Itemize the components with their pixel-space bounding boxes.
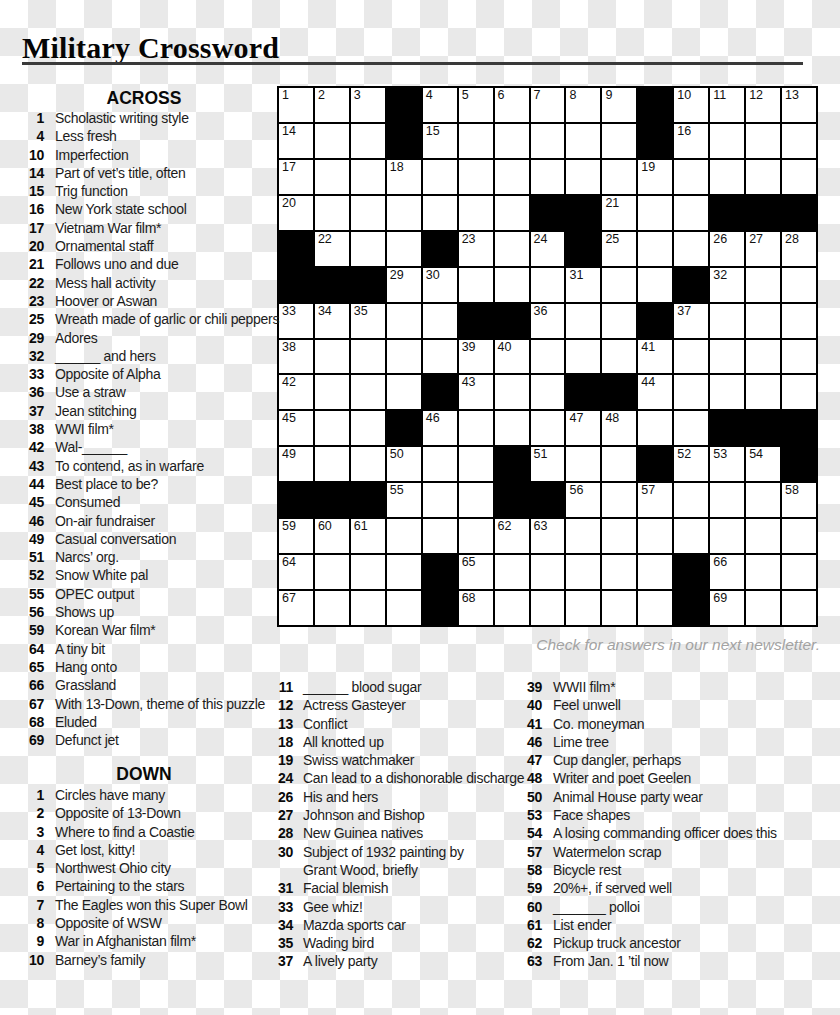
grid-cell[interactable]	[459, 160, 493, 194]
grid-cell[interactable]	[315, 196, 349, 230]
cell-number: 31	[569, 269, 583, 282]
grid-cell[interactable]	[638, 591, 672, 625]
grid-cell[interactable]	[387, 196, 421, 230]
grid-cell[interactable]: 65	[459, 555, 493, 589]
clue-number: 44	[10, 475, 44, 493]
grid-cell[interactable]	[459, 196, 493, 230]
clue-text: Hang onto	[55, 658, 117, 676]
grid-cell[interactable]	[674, 519, 708, 553]
clue-number: 54	[508, 824, 542, 842]
grid-cell-black	[531, 196, 565, 230]
grid-cell[interactable]: 54	[746, 447, 780, 481]
clue-item: 61List ender	[508, 916, 777, 934]
grid-cell[interactable]: 3	[351, 88, 385, 122]
clue-number: 24	[268, 769, 293, 787]
cell-number: 9	[605, 89, 612, 102]
grid-cell[interactable]	[782, 375, 816, 409]
grid-cell[interactable]	[782, 160, 816, 194]
clue-number: 39	[508, 678, 542, 696]
grid-cell[interactable]	[782, 340, 816, 374]
grid-cell[interactable]: 59	[279, 519, 313, 553]
grid-cell[interactable]: 68	[459, 591, 493, 625]
grid-cell[interactable]: 37	[674, 304, 708, 338]
grid-cell[interactable]: 20	[279, 196, 313, 230]
grid-cell-black	[602, 375, 636, 409]
grid-cell[interactable]: 19	[638, 160, 672, 194]
clue-text: Lime tree	[553, 733, 609, 751]
clue-text: New Guinea natives	[303, 824, 423, 842]
grid-cell[interactable]	[710, 304, 744, 338]
grid-cell[interactable]	[710, 160, 744, 194]
grid-cell[interactable]	[351, 340, 385, 374]
clue-number: 55	[10, 585, 44, 603]
grid-cell[interactable]	[710, 483, 744, 517]
grid-cell[interactable]	[710, 519, 744, 553]
clue-text: Can lead to a dishonorable discharge	[303, 769, 524, 787]
grid-cell[interactable]: 41	[638, 340, 672, 374]
grid-cell[interactable]	[423, 196, 457, 230]
grid-cell[interactable]: 60	[315, 519, 349, 553]
cell-number: 4	[426, 89, 433, 102]
grid-cell[interactable]	[746, 591, 780, 625]
grid-cell[interactable]	[566, 304, 600, 338]
grid-cell[interactable]	[315, 124, 349, 158]
grid-cell[interactable]: 5	[459, 88, 493, 122]
grid-cell[interactable]	[531, 160, 565, 194]
grid-cell[interactable]: 63	[531, 519, 565, 553]
grid-cell[interactable]	[315, 411, 349, 445]
grid-cell[interactable]	[531, 340, 565, 374]
grid-cell[interactable]: 62	[495, 519, 529, 553]
grid-cell[interactable]: 48	[602, 411, 636, 445]
grid-cell[interactable]	[531, 375, 565, 409]
grid-cell[interactable]: 9	[602, 88, 636, 122]
cell-number: 55	[390, 484, 404, 497]
grid-cell[interactable]	[315, 447, 349, 481]
clue-number: 67	[10, 695, 44, 713]
grid-cell[interactable]: 16	[674, 124, 708, 158]
grid-cell[interactable]: 45	[279, 411, 313, 445]
clue-number: 4	[10, 127, 44, 145]
clue-number: 68	[10, 713, 44, 731]
grid-cell[interactable]: 12	[746, 88, 780, 122]
clue-item: 34Mazda sports car	[268, 916, 524, 934]
grid-cell[interactable]: 39	[459, 340, 493, 374]
clue-text: Conflict	[303, 715, 347, 733]
clue-item: 40Feel unwell	[508, 696, 777, 714]
grid-cell[interactable]	[674, 232, 708, 266]
clue-item: 65Hang onto	[10, 658, 279, 676]
clue-number: 37	[10, 402, 44, 420]
grid-cell[interactable]	[351, 591, 385, 625]
grid-cell[interactable]: 28	[782, 232, 816, 266]
grid-cell[interactable]	[387, 304, 421, 338]
grid-cell[interactable]: 67	[279, 591, 313, 625]
clue-number: 3	[10, 823, 44, 841]
clue-text: Actress Gasteyer	[303, 696, 406, 714]
clue-number: 62	[508, 934, 542, 952]
clue-text: WWII film*	[553, 678, 615, 696]
grid-cell[interactable]	[459, 268, 493, 302]
grid-cell[interactable]: 36	[531, 304, 565, 338]
clue-item: 6Pertaining to the stars	[10, 877, 248, 895]
grid-cell[interactable]: 57	[638, 483, 672, 517]
clue-item: 36Use a straw	[10, 383, 279, 401]
grid-cell[interactable]	[351, 160, 385, 194]
grid-cell[interactable]: 51	[531, 447, 565, 481]
grid-cell[interactable]: 8	[566, 88, 600, 122]
grid-cell[interactable]: 49	[279, 447, 313, 481]
grid-cell[interactable]	[531, 268, 565, 302]
grid-cell[interactable]	[351, 411, 385, 445]
clue-item: 48Writer and poet Geelen	[508, 769, 777, 787]
grid-cell[interactable]	[531, 555, 565, 589]
clue-item: 23Hoover or Aswan	[10, 292, 279, 310]
clue-number: 36	[10, 383, 44, 401]
grid-cell[interactable]	[710, 124, 744, 158]
grid-cell[interactable]	[674, 196, 708, 230]
cell-number: 68	[462, 592, 476, 605]
grid-cell[interactable]	[674, 411, 708, 445]
grid-cell[interactable]: 2	[315, 88, 349, 122]
grid-cell[interactable]	[495, 555, 529, 589]
grid-cell[interactable]	[638, 196, 672, 230]
clue-text: Watermelon scrap	[553, 843, 661, 861]
grid-cell[interactable]	[638, 555, 672, 589]
grid-cell[interactable]	[495, 232, 529, 266]
grid-cell[interactable]	[566, 519, 600, 553]
grid-cell[interactable]: 25	[602, 232, 636, 266]
cell-number: 36	[534, 305, 548, 318]
grid-cell[interactable]	[602, 483, 636, 517]
grid-cell[interactable]: 6	[495, 88, 529, 122]
grid-cell[interactable]: 46	[423, 411, 457, 445]
grid-cell[interactable]: 52	[674, 447, 708, 481]
clue-number: 25	[10, 310, 44, 328]
grid-cell[interactable]	[566, 447, 600, 481]
clue-item: 7The Eagles won this Super Bowl	[10, 896, 248, 914]
grid-cell[interactable]: 69	[710, 591, 744, 625]
grid-cell[interactable]: 56	[566, 483, 600, 517]
clue-text: On-air fundraiser	[55, 512, 155, 530]
grid-cell[interactable]	[746, 555, 780, 589]
clue-text: Barney’s family	[55, 951, 145, 969]
clue-number: 6	[10, 877, 44, 895]
grid-cell[interactable]	[387, 340, 421, 374]
grid-cell[interactable]	[423, 340, 457, 374]
grid-cell[interactable]: 55	[387, 483, 421, 517]
grid-cell[interactable]	[746, 483, 780, 517]
grid-cell[interactable]	[495, 375, 529, 409]
grid-cell[interactable]	[602, 591, 636, 625]
grid-cell[interactable]	[387, 375, 421, 409]
grid-cell[interactable]	[638, 232, 672, 266]
cell-number: 41	[641, 341, 655, 354]
clue-number: 38	[10, 420, 44, 438]
grid-cell[interactable]	[746, 519, 780, 553]
grid-cell[interactable]: 32	[710, 268, 744, 302]
clue-item: 60_______ polloi	[508, 898, 777, 916]
clue-text: With 13-Down, theme of this puzzle	[55, 695, 265, 713]
clue-text: Shows up	[55, 603, 114, 621]
grid-cell[interactable]: 30	[423, 268, 457, 302]
grid-cell[interactable]: 64	[279, 555, 313, 589]
clue-text: Imperfection	[55, 146, 128, 164]
grid-cell[interactable]	[746, 375, 780, 409]
grid-cell[interactable]	[459, 447, 493, 481]
clue-number: 19	[268, 751, 293, 769]
grid-cell[interactable]	[602, 340, 636, 374]
clue-item: 12Actress Gasteyer	[268, 696, 524, 714]
grid-cell[interactable]: 53	[710, 447, 744, 481]
clue-number: 53	[508, 806, 542, 824]
grid-cell[interactable]: 47	[566, 411, 600, 445]
grid-cell[interactable]	[782, 591, 816, 625]
grid-cell[interactable]	[387, 591, 421, 625]
clue-number: 33	[10, 365, 44, 383]
clue-text: Pickup truck ancestor	[553, 934, 681, 952]
clue-item: 44Best place to be?	[10, 475, 279, 493]
grid-cell[interactable]: 29	[387, 268, 421, 302]
grid-cell[interactable]	[387, 232, 421, 266]
clue-number: 23	[10, 292, 44, 310]
grid-cell[interactable]	[495, 196, 529, 230]
clue-item: 69Defunct jet	[10, 731, 279, 749]
grid-cell[interactable]: 13	[782, 88, 816, 122]
grid-cell[interactable]	[351, 196, 385, 230]
clue-text: Bicycle rest	[553, 861, 621, 879]
grid-cell-black	[638, 88, 672, 122]
grid-cell-black	[782, 196, 816, 230]
grid-cell[interactable]	[459, 124, 493, 158]
clue-number: 59	[10, 621, 44, 639]
grid-cell[interactable]: 14	[279, 124, 313, 158]
grid-cell[interactable]	[459, 519, 493, 553]
clue-text: Trig function	[55, 182, 128, 200]
grid-cell[interactable]: 7	[531, 88, 565, 122]
grid-cell[interactable]: 23	[459, 232, 493, 266]
grid-cell[interactable]	[566, 160, 600, 194]
grid-cell[interactable]	[710, 375, 744, 409]
grid-cell[interactable]	[423, 304, 457, 338]
grid-cell[interactable]	[495, 124, 529, 158]
grid-cell[interactable]: 26	[710, 232, 744, 266]
clue-number: 33	[268, 898, 293, 916]
clue-text: War in Afghanistan film*	[55, 932, 196, 950]
clue-number: 21	[10, 255, 44, 273]
grid-cell[interactable]: 44	[638, 375, 672, 409]
grid-cell[interactable]	[351, 555, 385, 589]
grid-cell[interactable]: 1	[279, 88, 313, 122]
grid-cell[interactable]	[674, 340, 708, 374]
clue-item: 9War in Afghanistan film*	[10, 932, 248, 950]
grid-cell[interactable]	[495, 160, 529, 194]
grid-cell[interactable]	[531, 591, 565, 625]
clue-item: 37A lively party	[268, 952, 524, 970]
grid-cell[interactable]: 33	[279, 304, 313, 338]
clue-item: 33Opposite of Alpha	[10, 365, 279, 383]
grid-cell[interactable]	[782, 519, 816, 553]
clue-item: 46Lime tree	[508, 733, 777, 751]
grid-cell[interactable]: 22	[315, 232, 349, 266]
grid-cell[interactable]	[315, 591, 349, 625]
grid-cell[interactable]	[423, 519, 457, 553]
grid-cell[interactable]	[495, 268, 529, 302]
grid-cell[interactable]	[566, 124, 600, 158]
grid-cell[interactable]	[387, 555, 421, 589]
grid-cell[interactable]: 10	[674, 88, 708, 122]
grid-cell[interactable]	[674, 160, 708, 194]
grid-cell[interactable]: 61	[351, 519, 385, 553]
cell-number: 18	[390, 161, 404, 174]
grid-cell[interactable]	[638, 519, 672, 553]
grid-cell[interactable]: 58	[782, 483, 816, 517]
grid-cell[interactable]: 18	[387, 160, 421, 194]
grid-cell[interactable]	[638, 411, 672, 445]
clue-number: 47	[508, 751, 542, 769]
grid-cell[interactable]	[351, 124, 385, 158]
grid-cell[interactable]	[495, 591, 529, 625]
grid-cell[interactable]	[315, 160, 349, 194]
clue-item: 20Ornamental staff	[10, 237, 279, 255]
grid-cell-black	[566, 375, 600, 409]
cell-number: 21	[605, 197, 619, 210]
grid-cell-black	[638, 124, 672, 158]
grid-cell[interactable]: 34	[315, 304, 349, 338]
clue-text: Follows uno and due	[55, 255, 179, 273]
cell-number: 69	[713, 592, 727, 605]
clue-item: 67With 13-Down, theme of this puzzle	[10, 695, 279, 713]
clue-text: The Eagles won this Super Bowl	[55, 896, 248, 914]
grid-cell[interactable]	[638, 268, 672, 302]
grid-cell[interactable]	[602, 160, 636, 194]
grid-cell[interactable]	[531, 411, 565, 445]
grid-cell[interactable]: 66	[710, 555, 744, 589]
grid-cell[interactable]	[566, 591, 600, 625]
grid-cell[interactable]	[566, 555, 600, 589]
cell-number: 66	[713, 556, 727, 569]
clue-number: 27	[268, 806, 293, 824]
grid-cell[interactable]	[602, 555, 636, 589]
grid-cell[interactable]	[782, 555, 816, 589]
clue-text: Vietnam War film*	[55, 219, 161, 237]
clue-text: Narcs’ org.	[55, 548, 119, 566]
grid-cell[interactable]	[746, 124, 780, 158]
clue-number: 66	[10, 676, 44, 694]
grid-cell[interactable]: 21	[602, 196, 636, 230]
grid-cell[interactable]: 40	[495, 340, 529, 374]
grid-cell[interactable]	[423, 160, 457, 194]
clue-item: 10Barney’s family	[10, 951, 248, 969]
grid-cell[interactable]	[495, 411, 529, 445]
grid-cell[interactable]: 17	[279, 160, 313, 194]
grid-cell[interactable]	[315, 555, 349, 589]
clue-number: 37	[268, 952, 293, 970]
cell-number: 40	[498, 341, 512, 354]
clue-item: 14Part of vet’s title, often	[10, 164, 279, 182]
grid-cell[interactable]	[387, 519, 421, 553]
clue-text: All knotted up	[303, 733, 384, 751]
clue-number: 61	[508, 916, 542, 934]
grid-cell[interactable]	[782, 304, 816, 338]
clue-number: 31	[268, 879, 293, 897]
grid-cell[interactable]	[710, 340, 744, 374]
grid-cell[interactable]	[746, 304, 780, 338]
cell-number: 35	[354, 305, 368, 318]
grid-cell[interactable]	[602, 519, 636, 553]
grid-cell[interactable]	[746, 160, 780, 194]
grid-cell-black	[351, 483, 385, 517]
clue-item: 28New Guinea natives	[268, 824, 524, 842]
cell-number: 46	[426, 412, 440, 425]
grid-cell-black	[423, 555, 457, 589]
grid-cell-black	[351, 268, 385, 302]
grid-cell[interactable]: 15	[423, 124, 457, 158]
grid-cell[interactable]	[351, 232, 385, 266]
grid-cell[interactable]	[423, 483, 457, 517]
grid-cell[interactable]	[746, 340, 780, 374]
clue-text: Mess hall activity	[55, 274, 155, 292]
grid-cell[interactable]: 11	[710, 88, 744, 122]
clue-number: 57	[508, 843, 542, 861]
grid-cell-black	[495, 304, 529, 338]
clue-number: 42	[10, 438, 44, 456]
grid-cell[interactable]	[782, 124, 816, 158]
grid-cell[interactable]: 42	[279, 375, 313, 409]
clue-number: 4	[10, 841, 44, 859]
grid-cell[interactable]	[602, 304, 636, 338]
clue-number: 49	[10, 530, 44, 548]
grid-cell[interactable]	[351, 375, 385, 409]
clue-text: Swiss watchmaker	[303, 751, 414, 769]
clue-text: To contend, as in warfare	[55, 457, 204, 475]
cell-number: 20	[282, 197, 296, 210]
grid-cell[interactable]	[674, 375, 708, 409]
grid-cell[interactable]	[531, 124, 565, 158]
grid-cell[interactable]: 4	[423, 88, 457, 122]
clue-item: 1Scholastic writing style	[10, 109, 279, 127]
clue-number: 34	[268, 916, 293, 934]
clue-text: Opposite of WSW	[55, 914, 162, 932]
cell-number: 61	[354, 520, 368, 533]
grid-cell-black	[710, 196, 744, 230]
grid-cell[interactable]	[566, 340, 600, 374]
clue-number: 10	[10, 146, 44, 164]
grid-cell[interactable]: 35	[351, 304, 385, 338]
grid-cell[interactable]: 38	[279, 340, 313, 374]
grid-cell[interactable]: 24	[531, 232, 565, 266]
grid-cell[interactable]	[459, 483, 493, 517]
grid-cell[interactable]	[602, 268, 636, 302]
grid-cell-black	[279, 268, 313, 302]
grid-cell[interactable]: 50	[387, 447, 421, 481]
grid-cell[interactable]	[351, 447, 385, 481]
grid-cell[interactable]	[602, 447, 636, 481]
grid-cell[interactable]: 43	[459, 375, 493, 409]
grid-cell[interactable]: 27	[746, 232, 780, 266]
grid-cell[interactable]	[315, 340, 349, 374]
grid-cell[interactable]	[674, 483, 708, 517]
grid-cell[interactable]: 31	[566, 268, 600, 302]
grid-cell[interactable]	[602, 124, 636, 158]
grid-cell[interactable]	[315, 375, 349, 409]
grid-cell[interactable]	[423, 447, 457, 481]
grid-cell[interactable]	[782, 268, 816, 302]
cell-number: 39	[462, 341, 476, 354]
grid-cell[interactable]	[746, 268, 780, 302]
grid-cell-black	[746, 196, 780, 230]
grid-cell[interactable]	[459, 411, 493, 445]
